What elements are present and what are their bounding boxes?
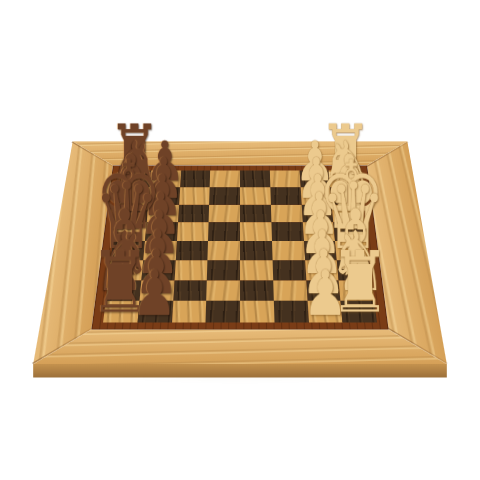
square-f4[interactable]: [240, 205, 271, 223]
chessboard-grid: ♜♟♟♜♞♟♟♞♝♟♟♝♚♟♟♚♛♟♟♛♝♟♟♝♞♟♟♞♜♟♟♜: [103, 171, 377, 323]
frame-bottom: [33, 329, 447, 364]
square-a1[interactable]: ♜: [341, 301, 377, 323]
square-e4[interactable]: [240, 222, 272, 241]
square-b5[interactable]: [206, 280, 240, 301]
chess-set-photo: ♜♟♟♜♞♟♟♞♝♟♟♝♚♟♟♚♛♟♟♛♝♟♟♝♞♟♟♞♜♟♟♜: [0, 0, 480, 480]
square-c5[interactable]: [207, 260, 240, 280]
piece-black-pawn[interactable]: ♟: [132, 262, 177, 325]
square-g6[interactable]: [179, 187, 210, 204]
square-h5[interactable]: [210, 171, 240, 188]
square-f6[interactable]: [178, 205, 210, 223]
square-a5[interactable]: [206, 301, 240, 323]
square-f5[interactable]: [209, 205, 240, 223]
square-d4[interactable]: [240, 241, 272, 260]
square-e5[interactable]: [208, 222, 240, 241]
square-h4[interactable]: [240, 171, 270, 188]
square-g4[interactable]: [240, 187, 271, 204]
playing-field: ♜♟♟♜♞♟♟♞♝♟♟♝♚♟♟♚♛♟♟♛♝♟♟♝♞♟♟♞♜♟♟♜: [91, 165, 388, 329]
square-g5[interactable]: [209, 187, 240, 204]
chessboard: ♜♟♟♜♞♟♟♞♝♟♟♝♚♟♟♚♛♟♟♛♝♟♟♝♞♟♟♞♜♟♟♜: [33, 141, 447, 364]
square-a4[interactable]: [240, 301, 274, 323]
square-b4[interactable]: [240, 280, 274, 301]
scene: ♜♟♟♜♞♟♟♞♝♟♟♝♚♟♟♚♛♟♟♛♝♟♟♝♞♟♟♞♜♟♟♜: [0, 0, 480, 480]
piece-white-rook[interactable]: ♜: [330, 240, 390, 324]
square-h3[interactable]: [270, 171, 301, 188]
board-side-edge: [33, 364, 447, 377]
square-c4[interactable]: [240, 260, 273, 280]
square-g3[interactable]: [270, 187, 301, 204]
square-a7[interactable]: ♟: [137, 301, 173, 323]
square-h6[interactable]: [180, 171, 211, 188]
square-d5[interactable]: [208, 241, 240, 260]
